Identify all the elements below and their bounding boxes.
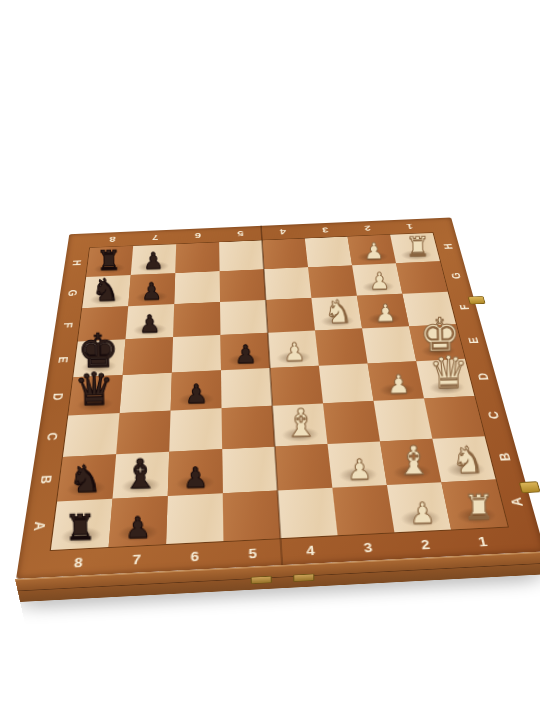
rank-label: 6 bbox=[176, 228, 219, 244]
square-d7 bbox=[120, 373, 172, 414]
square-f6 bbox=[173, 302, 220, 337]
file-label: H bbox=[53, 254, 99, 271]
square-h2: ♟ bbox=[348, 235, 397, 265]
square-a5 bbox=[223, 491, 281, 542]
piece-black-p-g7: ♟ bbox=[140, 280, 161, 304]
file-label: G bbox=[48, 284, 96, 303]
rank-label: 8 bbox=[47, 547, 108, 577]
square-d6: ♟ bbox=[171, 370, 222, 410]
piece-white-b-b2: ♝ bbox=[395, 440, 432, 481]
square-c5 bbox=[222, 406, 275, 449]
piece-black-p-a7: ♟ bbox=[124, 513, 151, 543]
square-b5 bbox=[222, 447, 278, 494]
square-d3 bbox=[319, 363, 374, 403]
piece-black-b-b7: ♝ bbox=[121, 454, 158, 495]
file-label: F bbox=[439, 298, 490, 317]
piece-white-b-c4: ♝ bbox=[283, 404, 318, 443]
square-c7 bbox=[116, 411, 170, 455]
square-h6 bbox=[175, 242, 219, 273]
chess-board: 87654321 87654321 HGFEDCBA HGFEDCBA ♜♟♟♜… bbox=[16, 218, 540, 579]
square-a2: ♟ bbox=[387, 482, 451, 532]
piece-white-p-g2: ♟ bbox=[368, 269, 389, 293]
rank-label: 1 bbox=[451, 526, 514, 556]
square-d5 bbox=[221, 368, 272, 408]
square-a3 bbox=[332, 485, 394, 535]
box-half-seam bbox=[17, 563, 540, 591]
piece-black-q-d8: ♛ bbox=[73, 367, 114, 413]
square-b6: ♟ bbox=[168, 449, 223, 496]
piece-black-r-a8: ♜ bbox=[64, 510, 96, 546]
rank-label: 7 bbox=[106, 544, 166, 574]
square-a8: ♜ bbox=[51, 499, 113, 550]
square-d8: ♛ bbox=[68, 375, 122, 416]
board-scene: 87654321 87654321 HGFEDCBA HGFEDCBA ♜♟♟♜… bbox=[48, 146, 492, 590]
square-g5 bbox=[220, 269, 266, 302]
square-d1: ♛ bbox=[416, 359, 474, 399]
square-f2: ♟ bbox=[357, 294, 409, 329]
square-e2 bbox=[362, 326, 416, 363]
square-c3 bbox=[323, 401, 380, 444]
square-a1: ♜ bbox=[441, 480, 507, 530]
piece-black-n-b8: ♞ bbox=[68, 460, 102, 498]
piece-black-p-e5: ♟ bbox=[234, 342, 257, 367]
rank-label: 1 bbox=[387, 219, 432, 235]
square-h7: ♟ bbox=[131, 244, 176, 275]
square-g7: ♟ bbox=[128, 273, 175, 306]
square-f4 bbox=[266, 298, 315, 333]
piece-white-p-f2: ♟ bbox=[374, 301, 396, 325]
square-b1: ♞ bbox=[432, 436, 495, 482]
file-label: H bbox=[424, 238, 471, 255]
file-label: G bbox=[431, 267, 480, 285]
piece-black-p-f7: ♟ bbox=[138, 312, 160, 337]
square-e4: ♟ bbox=[268, 331, 319, 368]
square-e5: ♟ bbox=[220, 333, 270, 371]
piece-black-n-g8: ♞ bbox=[91, 274, 119, 305]
square-c4: ♝ bbox=[272, 403, 327, 446]
square-a6 bbox=[166, 493, 223, 544]
square-g4 bbox=[264, 267, 312, 300]
piece-white-p-d2: ♟ bbox=[386, 371, 410, 397]
rank-label: 7 bbox=[133, 229, 177, 246]
piece-white-n-f3: ♞ bbox=[323, 295, 352, 327]
square-g6 bbox=[174, 271, 220, 304]
square-g2: ♟ bbox=[352, 263, 402, 295]
rank-label: 4 bbox=[261, 224, 305, 240]
square-e6 bbox=[172, 335, 221, 373]
square-c2 bbox=[374, 399, 433, 442]
square-b8: ♞ bbox=[57, 454, 116, 501]
square-c8 bbox=[63, 413, 120, 457]
square-a4 bbox=[278, 488, 338, 538]
rank-label: 3 bbox=[338, 532, 399, 562]
piece-black-p-d6: ♟ bbox=[184, 381, 208, 407]
piece-black-p-b6: ♟ bbox=[182, 464, 208, 493]
square-c1 bbox=[424, 396, 485, 439]
rank-label: 6 bbox=[165, 541, 224, 571]
rank-label: 3 bbox=[303, 222, 347, 238]
square-f5 bbox=[220, 300, 268, 335]
rank-label: 5 bbox=[223, 538, 282, 568]
piece-white-q-d1: ♛ bbox=[428, 350, 469, 395]
rank-label: 8 bbox=[90, 231, 134, 248]
rank-label: 4 bbox=[281, 535, 341, 565]
square-b7: ♝ bbox=[113, 452, 170, 499]
square-h4 bbox=[262, 239, 308, 270]
square-d2: ♟ bbox=[368, 361, 424, 401]
piece-white-p-a2: ♟ bbox=[409, 499, 436, 529]
hinge-icon bbox=[251, 576, 272, 584]
square-e7 bbox=[123, 337, 173, 375]
piece-white-n-b1: ♞ bbox=[451, 441, 485, 478]
square-c6 bbox=[169, 408, 222, 451]
square-f3: ♞ bbox=[311, 296, 362, 331]
square-b3: ♟ bbox=[328, 441, 387, 487]
rank-label: 2 bbox=[345, 220, 390, 236]
piece-white-p-h2: ♟ bbox=[363, 240, 384, 263]
piece-black-p-h7: ♟ bbox=[143, 249, 164, 272]
square-h3 bbox=[305, 237, 352, 268]
piece-white-r-a1: ♜ bbox=[462, 490, 494, 525]
board-perspective-wrapper: 87654321 87654321 HGFEDCBA HGFEDCBA ♜♟♟♜… bbox=[16, 218, 540, 579]
hinge-icon bbox=[293, 574, 314, 582]
rank-label: 5 bbox=[219, 226, 262, 242]
rank-label: 2 bbox=[394, 529, 456, 559]
square-a7: ♟ bbox=[109, 496, 168, 547]
square-b4 bbox=[275, 444, 332, 491]
piece-white-p-e4: ♟ bbox=[283, 339, 306, 364]
piece-white-p-b3: ♟ bbox=[346, 455, 372, 483]
square-f7: ♟ bbox=[126, 304, 175, 339]
square-h5 bbox=[219, 240, 264, 271]
square-e3 bbox=[315, 328, 368, 365]
square-b2: ♝ bbox=[380, 439, 441, 485]
